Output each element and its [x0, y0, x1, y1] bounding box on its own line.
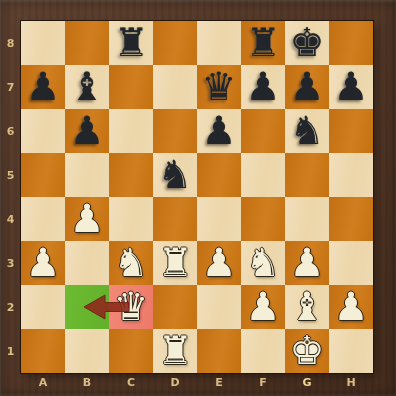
white-pawn-icon[interactable]: ♟	[241, 285, 285, 329]
square-d4[interactable]	[153, 197, 197, 241]
square-f7[interactable]: ♟	[241, 65, 285, 109]
square-d2[interactable]	[153, 285, 197, 329]
square-c1[interactable]	[109, 329, 153, 373]
square-e6[interactable]: ♟	[197, 109, 241, 153]
white-bishop-icon[interactable]: ♝	[285, 285, 329, 329]
square-a5[interactable]	[21, 153, 65, 197]
square-e3[interactable]: ♟	[197, 241, 241, 285]
file-label-h: H	[329, 373, 373, 396]
white-pawn-icon[interactable]: ♟	[329, 285, 373, 329]
black-pawn-icon[interactable]: ♟	[241, 65, 285, 109]
square-b2[interactable]	[65, 285, 109, 329]
rank-label-6: 6	[0, 109, 21, 153]
square-f5[interactable]	[241, 153, 285, 197]
file-coordinates: ABCDEFGH	[21, 373, 373, 396]
square-a2[interactable]	[21, 285, 65, 329]
file-label-f: F	[241, 373, 285, 396]
square-h5[interactable]	[329, 153, 373, 197]
square-e8[interactable]	[197, 21, 241, 65]
square-e2[interactable]	[197, 285, 241, 329]
square-b1[interactable]	[65, 329, 109, 373]
black-queen-icon[interactable]: ♛	[197, 65, 241, 109]
file-label-d: D	[153, 373, 197, 396]
chess-board: ♜♜♚♟♝♛♟♟♟♟♟♞♞♟♟♞♜♟♞♟♛♟♝♟♜♚	[21, 21, 373, 373]
square-e5[interactable]	[197, 153, 241, 197]
square-a1[interactable]	[21, 329, 65, 373]
square-b7[interactable]: ♝	[65, 65, 109, 109]
square-d3[interactable]: ♜	[153, 241, 197, 285]
white-pawn-icon[interactable]: ♟	[285, 241, 329, 285]
square-f8[interactable]: ♜	[241, 21, 285, 65]
black-rook-icon[interactable]: ♜	[241, 21, 285, 65]
square-d1[interactable]: ♜	[153, 329, 197, 373]
white-pawn-icon[interactable]: ♟	[21, 241, 65, 285]
square-g3[interactable]: ♟	[285, 241, 329, 285]
square-g6[interactable]: ♞	[285, 109, 329, 153]
square-f1[interactable]	[241, 329, 285, 373]
square-c8[interactable]: ♜	[109, 21, 153, 65]
square-c5[interactable]	[109, 153, 153, 197]
square-h8[interactable]	[329, 21, 373, 65]
square-h1[interactable]	[329, 329, 373, 373]
file-label-e: E	[197, 373, 241, 396]
rank-label-3: 3	[0, 241, 21, 285]
square-g7[interactable]: ♟	[285, 65, 329, 109]
square-e7[interactable]: ♛	[197, 65, 241, 109]
file-label-g: G	[285, 373, 329, 396]
square-f3[interactable]: ♞	[241, 241, 285, 285]
file-label-b: B	[65, 373, 109, 396]
square-c6[interactable]	[109, 109, 153, 153]
black-pawn-icon[interactable]: ♟	[197, 109, 241, 153]
square-f2[interactable]: ♟	[241, 285, 285, 329]
rank-label-5: 5	[0, 153, 21, 197]
file-label-a: A	[21, 373, 65, 396]
black-pawn-icon[interactable]: ♟	[65, 109, 109, 153]
square-b8[interactable]	[65, 21, 109, 65]
square-g8[interactable]: ♚	[285, 21, 329, 65]
square-g5[interactable]	[285, 153, 329, 197]
white-pawn-icon[interactable]: ♟	[65, 197, 109, 241]
square-b4[interactable]: ♟	[65, 197, 109, 241]
white-king-icon[interactable]: ♚	[285, 329, 329, 373]
square-h6[interactable]	[329, 109, 373, 153]
square-a7[interactable]: ♟	[21, 65, 65, 109]
black-king-icon[interactable]: ♚	[285, 21, 329, 65]
square-b5[interactable]	[65, 153, 109, 197]
square-a8[interactable]	[21, 21, 65, 65]
white-rook-icon[interactable]: ♜	[153, 329, 197, 373]
square-h3[interactable]	[329, 241, 373, 285]
square-f4[interactable]	[241, 197, 285, 241]
square-f6[interactable]	[241, 109, 285, 153]
square-d5[interactable]: ♞	[153, 153, 197, 197]
black-rook-icon[interactable]: ♜	[109, 21, 153, 65]
square-e4[interactable]	[197, 197, 241, 241]
rank-label-8: 8	[0, 21, 21, 65]
chess-app-window: ♜♜♚♟♝♛♟♟♟♟♟♞♞♟♟♞♜♟♞♟♛♟♝♟♜♚ 87654321 ABCD…	[0, 0, 396, 396]
square-c4[interactable]	[109, 197, 153, 241]
black-pawn-icon[interactable]: ♟	[21, 65, 65, 109]
black-pawn-icon[interactable]: ♟	[285, 65, 329, 109]
black-knight-icon[interactable]: ♞	[285, 109, 329, 153]
square-h7[interactable]: ♟	[329, 65, 373, 109]
square-a3[interactable]: ♟	[21, 241, 65, 285]
square-a6[interactable]	[21, 109, 65, 153]
rank-label-4: 4	[0, 197, 21, 241]
square-g4[interactable]	[285, 197, 329, 241]
white-knight-icon[interactable]: ♞	[109, 241, 153, 285]
black-bishop-icon[interactable]: ♝	[65, 65, 109, 109]
square-d6[interactable]	[153, 109, 197, 153]
white-pawn-icon[interactable]: ♟	[197, 241, 241, 285]
white-rook-icon[interactable]: ♜	[153, 241, 197, 285]
white-knight-icon[interactable]: ♞	[241, 241, 285, 285]
rank-label-7: 7	[0, 65, 21, 109]
square-b3[interactable]	[65, 241, 109, 285]
square-c3[interactable]: ♞	[109, 241, 153, 285]
square-c2[interactable]: ♛	[109, 285, 153, 329]
rank-label-1: 1	[0, 329, 21, 373]
black-knight-icon[interactable]: ♞	[153, 153, 197, 197]
square-g1[interactable]: ♚	[285, 329, 329, 373]
white-queen-icon[interactable]: ♛	[109, 285, 153, 329]
square-h2[interactable]: ♟	[329, 285, 373, 329]
square-d7[interactable]	[153, 65, 197, 109]
square-h4[interactable]	[329, 197, 373, 241]
square-g2[interactable]: ♝	[285, 285, 329, 329]
black-pawn-icon[interactable]: ♟	[329, 65, 373, 109]
square-b6[interactable]: ♟	[65, 109, 109, 153]
rank-label-2: 2	[0, 285, 21, 329]
rank-coordinates: 87654321	[0, 21, 21, 373]
square-d8[interactable]	[153, 21, 197, 65]
square-a4[interactable]	[21, 197, 65, 241]
square-c7[interactable]	[109, 65, 153, 109]
square-e1[interactable]	[197, 329, 241, 373]
file-label-c: C	[109, 373, 153, 396]
